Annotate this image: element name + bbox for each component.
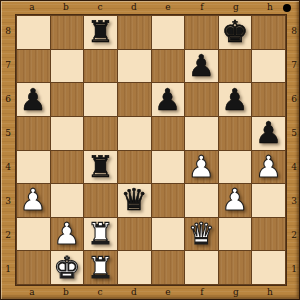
square-a6[interactable]: ♟ xyxy=(17,83,50,116)
square-a2[interactable] xyxy=(17,218,50,251)
square-e8[interactable] xyxy=(152,16,185,49)
square-c6[interactable] xyxy=(84,83,117,116)
square-a7[interactable] xyxy=(17,50,50,83)
square-f2[interactable]: ♛ xyxy=(185,218,218,251)
square-a3[interactable]: ♟ xyxy=(17,184,50,217)
square-g8[interactable]: ♚ xyxy=(219,16,252,49)
piece-black-pawn[interactable]: ♟ xyxy=(222,85,249,115)
square-f6[interactable] xyxy=(185,83,218,116)
rank-label-left-5: 5 xyxy=(1,116,15,150)
rank-label-right-5: 5 xyxy=(287,116,300,150)
square-g2[interactable] xyxy=(219,218,252,251)
rank-labels-left: 87654321 xyxy=(1,14,15,286)
file-label-top-e: e xyxy=(151,1,185,14)
square-d1[interactable] xyxy=(118,251,151,284)
square-a1[interactable] xyxy=(17,251,50,284)
file-label-bottom-c: c xyxy=(83,285,117,300)
square-c2[interactable]: ♜ xyxy=(84,218,117,251)
square-h1[interactable] xyxy=(252,251,285,284)
rank-label-right-2: 2 xyxy=(287,218,300,252)
square-b4[interactable] xyxy=(51,151,84,184)
square-h6[interactable] xyxy=(252,83,285,116)
file-label-bottom-e: e xyxy=(151,285,185,300)
file-label-bottom-h: h xyxy=(253,285,287,300)
square-b8[interactable] xyxy=(51,16,84,49)
piece-black-king[interactable]: ♚ xyxy=(222,17,249,47)
square-b6[interactable] xyxy=(51,83,84,116)
square-e2[interactable] xyxy=(152,218,185,251)
square-g3[interactable]: ♟ xyxy=(219,184,252,217)
file-label-top-a: a xyxy=(15,1,49,14)
square-f5[interactable] xyxy=(185,117,218,150)
piece-white-king[interactable]: ♚ xyxy=(53,253,80,283)
square-d5[interactable] xyxy=(118,117,151,150)
square-f8[interactable] xyxy=(185,16,218,49)
piece-black-rook[interactable]: ♜ xyxy=(87,152,114,182)
square-b1[interactable]: ♚ xyxy=(51,251,84,284)
square-h4[interactable]: ♟ xyxy=(252,151,285,184)
square-a5[interactable] xyxy=(17,117,50,150)
file-labels-bottom: abcdefgh xyxy=(15,285,287,300)
file-label-top-c: c xyxy=(83,1,117,14)
file-label-top-f: f xyxy=(185,1,219,14)
file-label-bottom-f: f xyxy=(185,285,219,300)
square-h5[interactable]: ♟ xyxy=(252,117,285,150)
piece-white-pawn[interactable]: ♟ xyxy=(255,152,282,182)
square-c7[interactable] xyxy=(84,50,117,83)
square-c4[interactable]: ♜ xyxy=(84,151,117,184)
square-e1[interactable] xyxy=(152,251,185,284)
square-e3[interactable] xyxy=(152,184,185,217)
piece-black-rook[interactable]: ♜ xyxy=(87,17,114,47)
square-e5[interactable] xyxy=(152,117,185,150)
rank-label-left-3: 3 xyxy=(1,184,15,218)
square-f7[interactable]: ♟ xyxy=(185,50,218,83)
piece-white-rook[interactable]: ♜ xyxy=(87,253,114,283)
square-e6[interactable]: ♟ xyxy=(152,83,185,116)
square-g7[interactable] xyxy=(219,50,252,83)
piece-white-pawn[interactable]: ♟ xyxy=(188,152,215,182)
piece-black-pawn[interactable]: ♟ xyxy=(255,118,282,148)
chess-board[interactable]: ♜♚♟♟♟♟♟♜♟♟♟♛♟♟♜♛♚♜ xyxy=(15,14,287,286)
square-g1[interactable] xyxy=(219,251,252,284)
file-label-top-g: g xyxy=(219,1,253,14)
rank-label-right-6: 6 xyxy=(287,82,300,116)
square-e7[interactable] xyxy=(152,50,185,83)
rank-label-right-7: 7 xyxy=(287,48,300,82)
rank-label-right-3: 3 xyxy=(287,184,300,218)
square-c3[interactable] xyxy=(84,184,117,217)
piece-black-pawn[interactable]: ♟ xyxy=(154,85,181,115)
square-g4[interactable] xyxy=(219,151,252,184)
square-f4[interactable]: ♟ xyxy=(185,151,218,184)
square-a4[interactable] xyxy=(17,151,50,184)
square-d4[interactable] xyxy=(118,151,151,184)
square-h8[interactable] xyxy=(252,16,285,49)
piece-black-pawn[interactable]: ♟ xyxy=(188,51,215,81)
file-label-top-d: d xyxy=(117,1,151,14)
square-c1[interactable]: ♜ xyxy=(84,251,117,284)
piece-black-pawn[interactable]: ♟ xyxy=(20,85,47,115)
square-h7[interactable] xyxy=(252,50,285,83)
rank-label-left-8: 8 xyxy=(1,14,15,48)
square-d8[interactable] xyxy=(118,16,151,49)
file-label-bottom-d: d xyxy=(117,285,151,300)
rank-label-right-8: 8 xyxy=(287,14,300,48)
rank-label-left-7: 7 xyxy=(1,48,15,82)
square-c5[interactable] xyxy=(84,117,117,150)
square-e4[interactable] xyxy=(152,151,185,184)
file-label-bottom-a: a xyxy=(15,285,49,300)
square-d7[interactable] xyxy=(118,50,151,83)
file-label-bottom-b: b xyxy=(49,285,83,300)
square-b3[interactable] xyxy=(51,184,84,217)
square-b2[interactable]: ♟ xyxy=(51,218,84,251)
rank-labels-right: 87654321 xyxy=(287,14,300,286)
rank-label-right-4: 4 xyxy=(287,150,300,184)
rank-label-left-6: 6 xyxy=(1,82,15,116)
piece-white-pawn[interactable]: ♟ xyxy=(222,185,249,215)
square-b5[interactable] xyxy=(51,117,84,150)
square-h3[interactable] xyxy=(252,184,285,217)
file-label-bottom-g: g xyxy=(219,285,253,300)
piece-white-pawn[interactable]: ♟ xyxy=(53,219,80,249)
square-d3[interactable]: ♛ xyxy=(118,184,151,217)
square-f3[interactable] xyxy=(185,184,218,217)
square-a8[interactable] xyxy=(17,16,50,49)
file-label-top-b: b xyxy=(49,1,83,14)
piece-white-queen[interactable]: ♛ xyxy=(188,219,215,249)
square-f1[interactable] xyxy=(185,251,218,284)
rank-label-left-1: 1 xyxy=(1,252,15,286)
piece-black-queen[interactable]: ♛ xyxy=(121,185,148,215)
rank-label-left-4: 4 xyxy=(1,150,15,184)
black-to-move-indicator xyxy=(283,4,291,12)
square-d6[interactable] xyxy=(118,83,151,116)
square-c8[interactable]: ♜ xyxy=(84,16,117,49)
square-h2[interactable] xyxy=(252,218,285,251)
file-label-top-h: h xyxy=(253,1,287,14)
piece-white-pawn[interactable]: ♟ xyxy=(20,185,47,215)
chess-board-frame: abcdefgh 87654321 ♜♚♟♟♟♟♟♜♟♟♟♛♟♟♜♛♚♜ 876… xyxy=(0,0,300,300)
rank-label-right-1: 1 xyxy=(287,252,300,286)
piece-white-rook[interactable]: ♜ xyxy=(87,219,114,249)
square-d2[interactable] xyxy=(118,218,151,251)
rank-label-left-2: 2 xyxy=(1,218,15,252)
file-labels-top: abcdefgh xyxy=(15,1,287,14)
square-g6[interactable]: ♟ xyxy=(219,83,252,116)
square-b7[interactable] xyxy=(51,50,84,83)
square-g5[interactable] xyxy=(219,117,252,150)
